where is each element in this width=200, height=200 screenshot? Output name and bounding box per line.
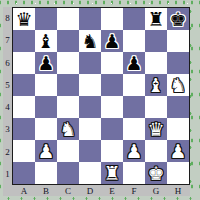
square-b8[interactable] <box>35 8 57 30</box>
square-e6[interactable] <box>101 52 123 74</box>
square-b3[interactable] <box>35 118 57 140</box>
square-b5[interactable] <box>35 74 57 96</box>
square-b4[interactable] <box>35 96 57 118</box>
square-a6[interactable] <box>13 52 35 74</box>
square-h1[interactable] <box>167 162 189 184</box>
square-f6[interactable]: ♟ <box>123 52 145 74</box>
piece-white-pawn[interactable]: ♟ <box>125 140 142 162</box>
square-h3[interactable] <box>167 118 189 140</box>
square-a1[interactable] <box>13 162 35 184</box>
square-c8[interactable] <box>57 8 79 30</box>
board-frame: 87654321 ♛♜♚♝♞♟♟♟♝♞♞♛♟♟♟♜♚ ABCDEFGH <box>3 7 190 196</box>
rank-label-2: 2 <box>3 141 12 163</box>
square-g5[interactable]: ♝ <box>145 74 167 96</box>
file-label-d: D <box>79 185 101 196</box>
square-c7[interactable] <box>57 30 79 52</box>
square-b1[interactable] <box>35 162 57 184</box>
file-label-f: F <box>123 185 145 196</box>
square-b6[interactable]: ♟ <box>35 52 57 74</box>
piece-white-rook[interactable]: ♜ <box>103 162 120 184</box>
piece-white-knight[interactable]: ♞ <box>59 118 76 140</box>
square-g3[interactable]: ♛ <box>145 118 167 140</box>
square-c5[interactable] <box>57 74 79 96</box>
piece-black-knight[interactable]: ♞ <box>81 30 98 52</box>
square-c1[interactable] <box>57 162 79 184</box>
square-d1[interactable] <box>79 162 101 184</box>
square-g8[interactable]: ♜ <box>145 8 167 30</box>
file-label-a: A <box>13 185 35 196</box>
rank-label-4: 4 <box>3 96 12 118</box>
square-g1[interactable]: ♚ <box>145 162 167 184</box>
square-g6[interactable] <box>145 52 167 74</box>
file-label-g: G <box>145 185 167 196</box>
piece-white-pawn[interactable]: ♟ <box>169 140 186 162</box>
rank-label-1: 1 <box>3 163 12 185</box>
square-d2[interactable] <box>79 140 101 162</box>
piece-black-pawn[interactable]: ♟ <box>103 30 120 52</box>
square-e5[interactable] <box>101 74 123 96</box>
square-d4[interactable] <box>79 96 101 118</box>
square-d8[interactable] <box>79 8 101 30</box>
square-d7[interactable]: ♞ <box>79 30 101 52</box>
square-f4[interactable] <box>123 96 145 118</box>
square-a5[interactable] <box>13 74 35 96</box>
square-b2[interactable]: ♟ <box>35 140 57 162</box>
square-d6[interactable] <box>79 52 101 74</box>
square-g4[interactable] <box>145 96 167 118</box>
square-b7[interactable]: ♝ <box>35 30 57 52</box>
square-d5[interactable] <box>79 74 101 96</box>
square-h6[interactable] <box>167 52 189 74</box>
piece-black-king[interactable]: ♚ <box>169 8 186 30</box>
square-g2[interactable] <box>145 140 167 162</box>
piece-white-queen[interactable]: ♛ <box>147 118 164 140</box>
square-h4[interactable] <box>167 96 189 118</box>
square-g7[interactable] <box>145 30 167 52</box>
square-f5[interactable] <box>123 74 145 96</box>
square-e3[interactable] <box>101 118 123 140</box>
frame-corner <box>3 185 12 196</box>
chess-app-window: 87654321 ♛♜♚♝♞♟♟♟♝♞♞♛♟♟♟♜♚ ABCDEFGH <box>0 0 200 200</box>
square-e7[interactable]: ♟ <box>101 30 123 52</box>
piece-black-rook[interactable]: ♜ <box>147 8 164 30</box>
square-f2[interactable]: ♟ <box>123 140 145 162</box>
piece-white-knight[interactable]: ♞ <box>169 74 186 96</box>
chess-board[interactable]: ♛♜♚♝♞♟♟♟♝♞♞♛♟♟♟♜♚ <box>12 7 190 185</box>
rank-label-8: 8 <box>3 7 12 29</box>
piece-white-king[interactable]: ♚ <box>147 162 164 184</box>
square-e4[interactable] <box>101 96 123 118</box>
square-c4[interactable] <box>57 96 79 118</box>
square-a2[interactable] <box>13 140 35 162</box>
file-label-b: B <box>35 185 57 196</box>
rank-label-5: 5 <box>3 74 12 96</box>
piece-black-bishop[interactable]: ♝ <box>37 30 54 52</box>
file-label-h: H <box>167 185 189 196</box>
rank-label-7: 7 <box>3 29 12 51</box>
piece-black-pawn[interactable]: ♟ <box>125 52 142 74</box>
square-e1[interactable]: ♜ <box>101 162 123 184</box>
square-h7[interactable] <box>167 30 189 52</box>
piece-black-queen[interactable]: ♛ <box>15 8 32 30</box>
square-d3[interactable] <box>79 118 101 140</box>
square-e2[interactable] <box>101 140 123 162</box>
square-h2[interactable]: ♟ <box>167 140 189 162</box>
square-f7[interactable] <box>123 30 145 52</box>
rank-labels: 87654321 <box>3 7 12 185</box>
rank-label-6: 6 <box>3 52 12 74</box>
square-f8[interactable] <box>123 8 145 30</box>
square-a3[interactable] <box>13 118 35 140</box>
square-c2[interactable] <box>57 140 79 162</box>
square-f3[interactable] <box>123 118 145 140</box>
file-label-c: C <box>57 185 79 196</box>
square-e8[interactable] <box>101 8 123 30</box>
square-c3[interactable]: ♞ <box>57 118 79 140</box>
square-c6[interactable] <box>57 52 79 74</box>
square-f1[interactable] <box>123 162 145 184</box>
rank-label-3: 3 <box>3 118 12 140</box>
square-a7[interactable] <box>13 30 35 52</box>
piece-black-pawn[interactable]: ♟ <box>37 52 54 74</box>
square-h8[interactable]: ♚ <box>167 8 189 30</box>
square-a8[interactable]: ♛ <box>13 8 35 30</box>
file-labels: ABCDEFGH <box>12 185 190 196</box>
file-label-e: E <box>101 185 123 196</box>
piece-white-bishop[interactable]: ♝ <box>147 74 164 96</box>
piece-white-pawn[interactable]: ♟ <box>37 140 54 162</box>
square-a4[interactable] <box>13 96 35 118</box>
square-h5[interactable]: ♞ <box>167 74 189 96</box>
